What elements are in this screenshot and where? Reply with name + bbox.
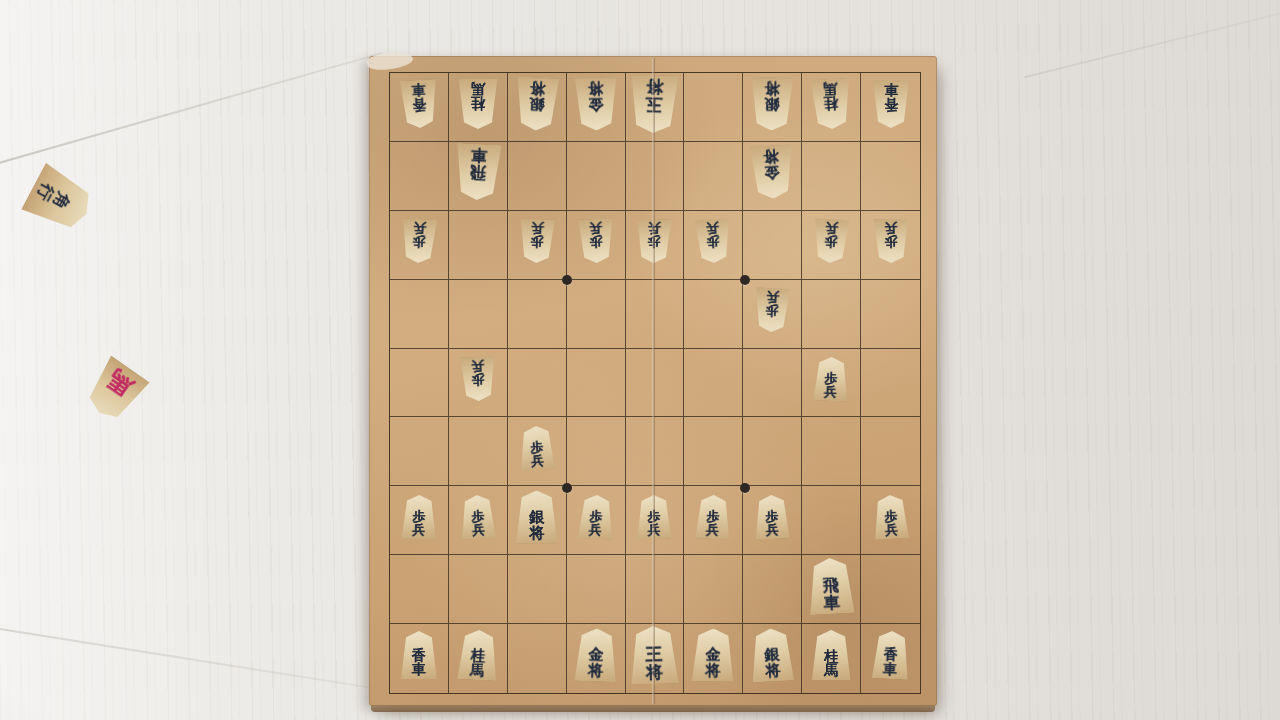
piece-kanji: 馬 — [470, 662, 485, 677]
cell-r1-c9: 香車 — [861, 73, 920, 142]
cell-r9-c6: 金将 — [684, 624, 743, 693]
piece-kanji: 桂 — [824, 649, 838, 663]
cell-r4-c1 — [390, 280, 449, 349]
piece-kanji: 兵 — [706, 222, 720, 236]
cell-r9-c1: 香車 — [390, 624, 449, 693]
cell-r5-c4 — [567, 349, 626, 418]
cell-r7-c4: 歩兵 — [567, 486, 626, 555]
piece-gote-gold[interactable]: 金将 — [749, 145, 796, 200]
cell-r3-c2 — [449, 211, 508, 280]
star-point — [562, 275, 572, 285]
cell-r2-c9 — [861, 142, 920, 211]
cell-r8-c7 — [743, 555, 802, 624]
star-point — [740, 483, 750, 493]
cell-r4-c3 — [508, 280, 567, 349]
cell-r9-c3 — [508, 624, 567, 693]
piece-kanji: 兵 — [766, 291, 780, 305]
piece-kanji: 歩 — [824, 235, 838, 249]
cell-r3-c1: 歩兵 — [390, 211, 449, 280]
cell-r6-c9 — [861, 417, 920, 486]
cell-r9-c9: 香車 — [861, 624, 920, 693]
piece-kanji: 兵 — [766, 522, 779, 536]
piece-sente-rook[interactable]: 飛車 — [806, 557, 856, 615]
cell-r9-c2: 桂馬 — [449, 624, 508, 693]
piece-kanji: 兵 — [413, 222, 427, 236]
piece-sente-pawn[interactable]: 歩兵 — [401, 495, 438, 540]
piece-kanji: 車 — [884, 83, 898, 97]
cell-r8-c3 — [508, 555, 567, 624]
piece-kanji: 兵 — [706, 522, 719, 536]
piece-kanji: 歩 — [765, 304, 779, 318]
piece-sente-pawn[interactable]: 歩兵 — [871, 494, 909, 540]
piece-kanji: 香 — [884, 97, 898, 111]
cell-r7-c8 — [802, 486, 861, 555]
cell-r5-c9 — [861, 349, 920, 418]
cell-r8-c8: 飛車 — [802, 555, 861, 624]
piece-kanji: 歩 — [884, 235, 897, 248]
piece-gote-knight[interactable]: 桂馬 — [457, 79, 498, 129]
cell-r7-c3: 銀将 — [508, 486, 567, 555]
piece-kanji: 将 — [587, 663, 603, 679]
cell-r1-c4: 金将 — [567, 73, 626, 142]
cell-r9-c4: 金将 — [567, 624, 626, 693]
piece-gote-pawn[interactable]: 歩兵 — [812, 218, 850, 264]
cell-r4-c4 — [567, 280, 626, 349]
cell-r5-c3 — [508, 349, 567, 418]
cell-r3-c8: 歩兵 — [802, 211, 861, 280]
piece-kanji: 歩 — [471, 373, 484, 387]
piece-kanji: 車 — [824, 594, 841, 611]
piece-kanji: 馬 — [471, 82, 485, 96]
cell-r7-c9: 歩兵 — [861, 486, 920, 555]
cell-r6-c6 — [684, 417, 743, 486]
piece-gote-lance[interactable]: 香車 — [872, 80, 910, 128]
cell-r2-c1 — [390, 142, 449, 211]
piece-kanji: 車 — [412, 662, 426, 676]
cell-r3-c9: 歩兵 — [861, 211, 920, 280]
cell-r3-c4: 歩兵 — [567, 211, 626, 280]
piece-kanji: 兵 — [884, 522, 898, 536]
piece-gote-rook[interactable]: 飛車 — [453, 143, 503, 201]
piece-kanji: 兵 — [530, 222, 543, 236]
piece-sente-silver[interactable]: 銀将 — [515, 490, 559, 543]
piece-sente-silver[interactable]: 銀将 — [749, 627, 796, 682]
piece-gote-lance[interactable]: 香車 — [399, 79, 439, 129]
cell-r6-c7 — [743, 417, 802, 486]
piece-kanji: 歩 — [412, 509, 425, 522]
piece-kanji: 歩 — [589, 235, 602, 249]
cell-r2-c6 — [684, 142, 743, 211]
cell-r8-c1 — [390, 555, 449, 624]
piece-kanji: 将 — [529, 525, 544, 540]
piece-sente-gold[interactable]: 金将 — [691, 628, 736, 682]
cell-r8-c4 — [567, 555, 626, 624]
shogi-board: 香車桂馬銀将金将玉将銀将桂馬香車飛車金将歩兵歩兵歩兵歩兵歩兵歩兵歩兵歩兵歩兵歩兵… — [369, 56, 937, 706]
piece-sente-knight[interactable]: 桂馬 — [811, 630, 852, 680]
piece-kanji: 兵 — [884, 222, 897, 235]
piece-sente-pawn[interactable]: 歩兵 — [576, 494, 614, 540]
cell-r2-c3 — [508, 142, 567, 211]
cell-r8-c2 — [449, 555, 508, 624]
cell-r6-c8 — [802, 417, 861, 486]
piece-gote-silver[interactable]: 銀将 — [513, 76, 560, 131]
piece-kanji: 歩 — [412, 235, 426, 249]
piece-sente-gold[interactable]: 金将 — [573, 628, 619, 683]
star-point — [562, 483, 572, 493]
piece-kanji: 兵 — [588, 522, 602, 536]
cell-r2-c8 — [802, 142, 861, 211]
piece-kanji: 将 — [765, 663, 781, 679]
piece-sente-knight[interactable]: 桂馬 — [456, 629, 500, 681]
piece-gote-pawn[interactable]: 歩兵 — [400, 218, 438, 264]
piece-kanji: 歩 — [707, 509, 720, 523]
cell-r7-c6: 歩兵 — [684, 486, 743, 555]
cell-r4-c8 — [802, 280, 861, 349]
cell-r1-c3: 銀将 — [508, 73, 567, 142]
cell-r6-c1 — [390, 417, 449, 486]
cell-r5-c6 — [684, 349, 743, 418]
piece-gote-pawn[interactable]: 歩兵 — [518, 219, 556, 264]
piece-kanji: 桂 — [471, 96, 485, 110]
cell-r4-c7: 歩兵 — [743, 280, 802, 349]
cell-r7-c2: 歩兵 — [449, 486, 508, 555]
piece-gote-pawn[interactable]: 歩兵 — [459, 356, 497, 401]
cell-r4-c9 — [861, 280, 920, 349]
cell-r6-c2 — [449, 417, 508, 486]
piece-gote-pawn[interactable]: 歩兵 — [694, 218, 732, 264]
piece-sente-lance[interactable]: 香車 — [400, 631, 438, 679]
piece-sente-pawn[interactable]: 歩兵 — [695, 494, 733, 539]
piece-kanji: 馬 — [823, 81, 838, 96]
cell-r4-c6 — [684, 280, 743, 349]
cell-r1-c2: 桂馬 — [449, 73, 508, 142]
cell-r1-c1: 香車 — [390, 73, 449, 142]
cell-r5-c7 — [743, 349, 802, 418]
piece-kanji: 兵 — [825, 222, 839, 236]
cell-r5-c2: 歩兵 — [449, 349, 508, 418]
cell-r7-c1: 歩兵 — [390, 486, 449, 555]
piece-kanji: 飛 — [469, 163, 486, 180]
cell-r2-c2: 飛車 — [449, 142, 508, 211]
cell-r1-c8: 桂馬 — [802, 73, 861, 142]
cell-r5-c8: 歩兵 — [802, 349, 861, 418]
cell-r3-c3: 歩兵 — [508, 211, 567, 280]
piece-kanji: 将 — [530, 80, 546, 96]
piece-kanji: 香 — [412, 96, 427, 111]
piece-sente-lance[interactable]: 香車 — [870, 630, 910, 680]
piece-kanji: 将 — [705, 663, 720, 679]
piece-kanji: 将 — [646, 77, 664, 95]
piece-kanji: 金 — [764, 164, 780, 180]
cell-r5-c1 — [390, 349, 449, 418]
piece-kanji: 車 — [411, 82, 426, 97]
board-bottom-edge — [371, 705, 935, 712]
star-point — [740, 275, 750, 285]
piece-sente-pawn[interactable]: 歩兵 — [754, 494, 792, 539]
cell-r6-c4 — [567, 417, 626, 486]
shogi-grid: 香車桂馬銀将金将玉将銀将桂馬香車飛車金将歩兵歩兵歩兵歩兵歩兵歩兵歩兵歩兵歩兵歩兵… — [389, 72, 921, 694]
piece-gote-pawn[interactable]: 歩兵 — [753, 287, 791, 333]
piece-kanji: 馬 — [824, 663, 838, 677]
cell-r9-c8: 桂馬 — [802, 624, 861, 693]
cell-r2-c7: 金将 — [743, 142, 802, 211]
cell-r1-c6 — [684, 73, 743, 142]
piece-gote-pawn[interactable]: 歩兵 — [577, 219, 615, 264]
piece-kanji: 歩 — [530, 235, 543, 249]
piece-kanji: 兵 — [472, 522, 486, 536]
piece-kanji: 兵 — [471, 360, 484, 374]
piece-gote-silver[interactable]: 銀将 — [750, 77, 795, 131]
piece-kanji: 将 — [646, 663, 664, 681]
cell-r9-c7: 銀将 — [743, 624, 802, 693]
piece-kanji: 兵 — [412, 523, 425, 536]
cell-r7-c7: 歩兵 — [743, 486, 802, 555]
piece-gote-gold[interactable]: 金将 — [573, 77, 618, 131]
piece-kanji: 歩 — [766, 509, 779, 523]
piece-kanji: 車 — [470, 147, 487, 164]
cell-r3-c7 — [743, 211, 802, 280]
cell-r8-c9 — [861, 555, 920, 624]
piece-kanji: 香 — [412, 648, 426, 662]
photo-canvas: { "game": "shogi", "position": "lnsgk1sn… — [0, 0, 1280, 720]
cell-r4-c2 — [449, 280, 508, 349]
cell-r6-c3: 歩兵 — [508, 417, 567, 486]
piece-sente-pawn[interactable]: 歩兵 — [812, 356, 850, 401]
piece-kanji: 歩 — [707, 235, 721, 249]
piece-kanji: 桂 — [824, 95, 839, 110]
piece-kanji: 将 — [765, 80, 780, 96]
cell-r3-c6: 歩兵 — [684, 211, 743, 280]
piece-kanji: 兵 — [531, 453, 545, 467]
piece-kanji: 兵 — [824, 385, 837, 399]
cell-r8-c6 — [684, 555, 743, 624]
cell-r2-c4 — [567, 142, 626, 211]
piece-sente-pawn[interactable]: 歩兵 — [518, 425, 556, 471]
piece-gote-knight[interactable]: 桂馬 — [809, 77, 853, 129]
piece-kanji: 車 — [882, 661, 897, 676]
cell-r1-c7: 銀将 — [743, 73, 802, 142]
piece-kanji: 将 — [588, 80, 603, 96]
piece-kanji: 兵 — [588, 222, 601, 236]
piece-gote-pawn[interactable]: 歩兵 — [872, 219, 909, 264]
board-fold-seam — [652, 58, 655, 704]
piece-kanji: 将 — [764, 149, 780, 165]
piece-sente-pawn[interactable]: 歩兵 — [459, 494, 497, 540]
